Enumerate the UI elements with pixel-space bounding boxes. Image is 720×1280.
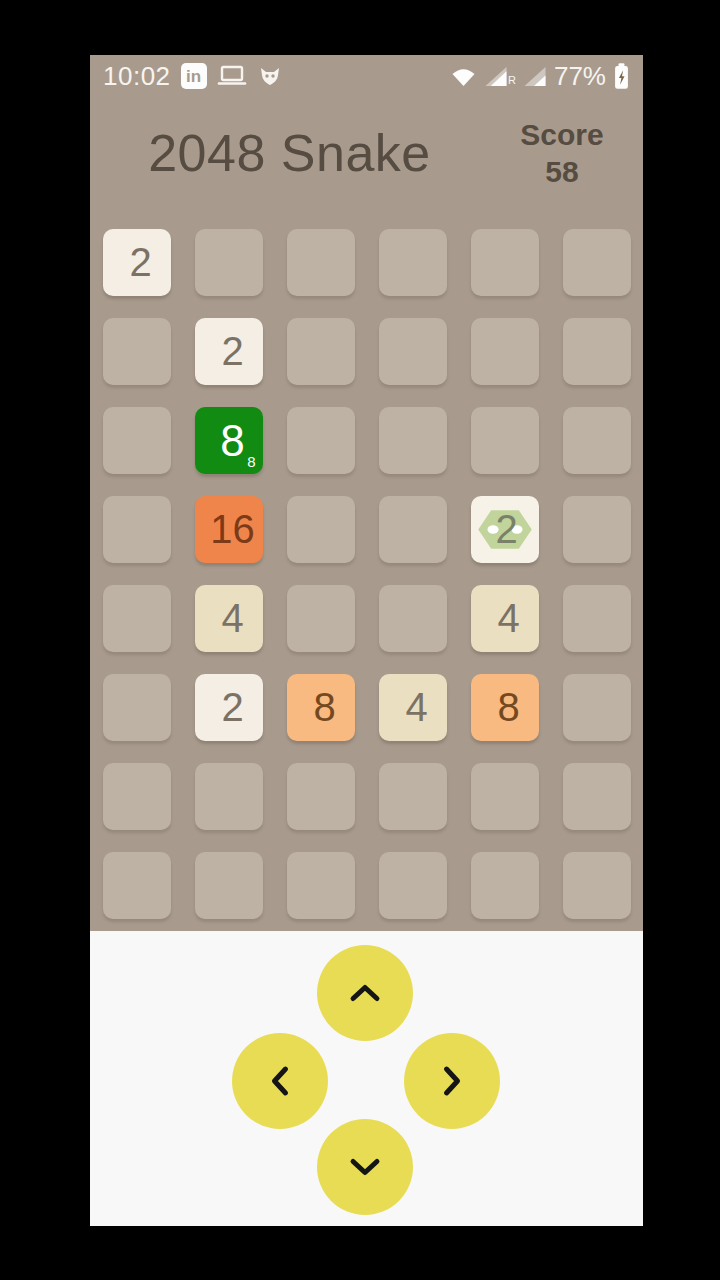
- clock: 10:02: [103, 61, 171, 92]
- tile-value: 2: [221, 329, 243, 374]
- status-right: R 77%: [450, 61, 630, 92]
- empty-cell: [103, 674, 171, 741]
- empty-cell: [563, 407, 631, 474]
- battery-percent: 77%: [554, 61, 606, 92]
- empty-cell: [471, 229, 539, 296]
- empty-cell: [471, 763, 539, 830]
- empty-cell: [287, 496, 355, 563]
- header: 2048 Snake Score 58: [90, 97, 643, 209]
- empty-cell: [103, 496, 171, 563]
- battery-charging-icon: [613, 62, 630, 90]
- up-button[interactable]: [317, 945, 413, 1041]
- tile-2: 2: [195, 318, 263, 385]
- empty-cell: [471, 852, 539, 919]
- chevron-left-icon: [266, 1059, 294, 1103]
- tile-8: 8: [471, 674, 539, 741]
- tile-value: 4: [221, 596, 243, 641]
- empty-cell: [103, 585, 171, 652]
- empty-cell: [103, 852, 171, 919]
- score-panel: Score 58: [489, 116, 643, 190]
- tile-value: 2: [221, 685, 243, 730]
- bird-notification-icon: [257, 64, 283, 88]
- left-button[interactable]: [232, 1033, 328, 1129]
- empty-cell: [379, 407, 447, 474]
- empty-cell: [563, 496, 631, 563]
- signal-icon: [523, 66, 547, 87]
- laptop-icon: [217, 64, 247, 88]
- empty-cell: [103, 763, 171, 830]
- empty-cell: [379, 496, 447, 563]
- empty-cell: [563, 674, 631, 741]
- empty-cell: [195, 229, 263, 296]
- phone-screen: 10:02 in: [0, 0, 720, 1280]
- empty-cell: [287, 852, 355, 919]
- tile-value: 2: [129, 240, 151, 285]
- empty-cell: [287, 318, 355, 385]
- tile-value: 4: [405, 685, 427, 730]
- empty-cell: [563, 585, 631, 652]
- tile-value: 16: [210, 507, 255, 552]
- direction-controls: [90, 931, 643, 1226]
- tile-4: 4: [379, 674, 447, 741]
- tile-4: 4: [195, 585, 263, 652]
- tile-8: 8: [287, 674, 355, 741]
- empty-cell: [195, 852, 263, 919]
- down-button[interactable]: [317, 1119, 413, 1215]
- empty-cell: [379, 585, 447, 652]
- empty-cell: [379, 229, 447, 296]
- right-button[interactable]: [404, 1033, 500, 1129]
- tile-16: 16: [195, 496, 263, 563]
- roaming-indicator: R: [508, 74, 516, 92]
- empty-cell: [103, 407, 171, 474]
- empty-cell: [379, 852, 447, 919]
- empty-cell: [195, 763, 263, 830]
- tile-4: 4: [471, 585, 539, 652]
- chevron-right-icon: [438, 1059, 466, 1103]
- linkedin-icon: in: [181, 63, 207, 89]
- chevron-up-icon: [343, 979, 387, 1007]
- tile-value: 8: [220, 416, 244, 466]
- signal-roaming-icon: [484, 66, 508, 87]
- game-board: 2288162442848: [90, 229, 643, 919]
- empty-cell: [563, 229, 631, 296]
- tile-2: 2: [195, 674, 263, 741]
- tile-value: 4: [497, 596, 519, 641]
- empty-cell: [563, 318, 631, 385]
- snake-head-tile: 88: [195, 407, 263, 474]
- empty-cell: [103, 318, 171, 385]
- chevron-down-icon: [343, 1153, 387, 1181]
- score-label: Score: [489, 116, 635, 153]
- app-window: 10:02 in: [90, 55, 643, 1226]
- page-title: 2048 Snake: [90, 123, 489, 183]
- game-area: 10:02 in: [90, 55, 643, 931]
- empty-cell: [287, 585, 355, 652]
- empty-cell: [287, 763, 355, 830]
- score-value: 58: [489, 153, 635, 190]
- tile-2: 2: [103, 229, 171, 296]
- empty-cell: [563, 763, 631, 830]
- empty-cell: [563, 852, 631, 919]
- empty-cell: [287, 407, 355, 474]
- wifi-icon: [450, 66, 477, 87]
- food-value: 2: [495, 507, 517, 552]
- tile-value: 8: [497, 685, 519, 730]
- empty-cell: [379, 318, 447, 385]
- empty-cell: [471, 318, 539, 385]
- status-bar: 10:02 in: [90, 55, 643, 97]
- empty-cell: [287, 229, 355, 296]
- empty-cell: [379, 763, 447, 830]
- food-tile: 2: [471, 496, 539, 563]
- status-left: 10:02 in: [103, 61, 283, 92]
- empty-cell: [471, 407, 539, 474]
- tile-value: 8: [313, 685, 335, 730]
- snake-length-badge: 8: [247, 453, 255, 470]
